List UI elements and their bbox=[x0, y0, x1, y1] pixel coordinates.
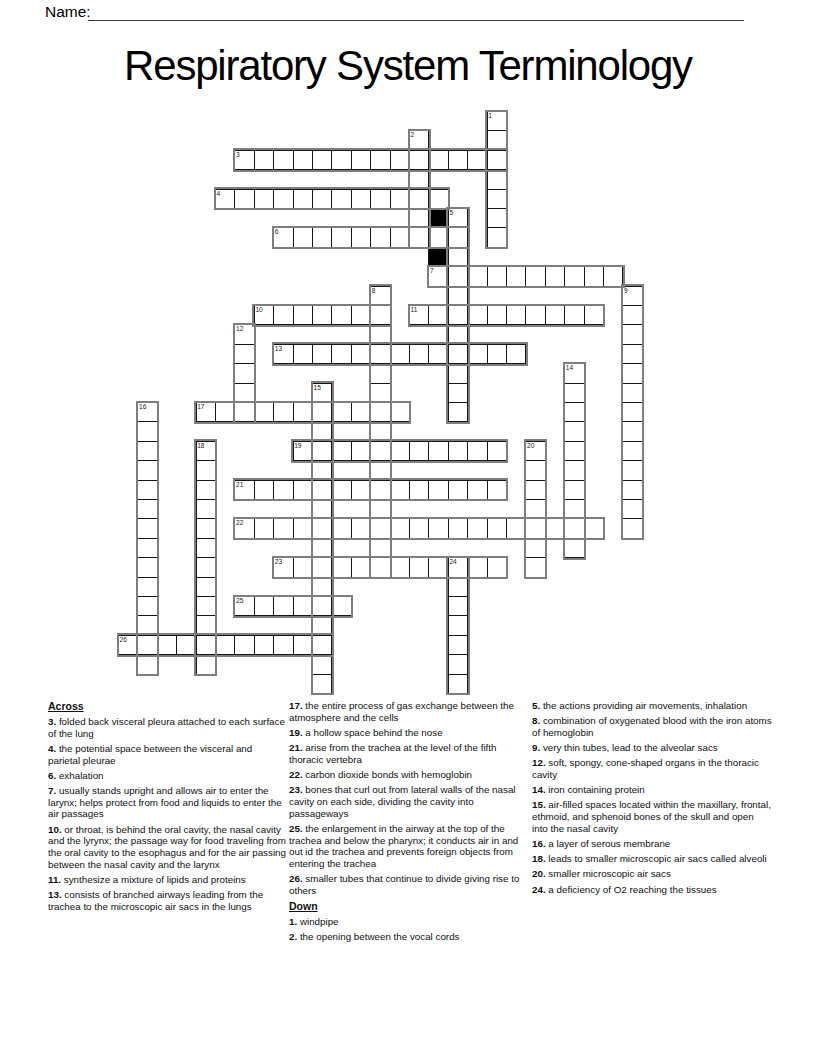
grid-cell[interactable] bbox=[273, 189, 293, 209]
grid-cell[interactable] bbox=[312, 227, 332, 247]
grid-cell[interactable] bbox=[312, 383, 332, 403]
grid-cell[interactable] bbox=[331, 227, 351, 247]
grid-cell[interactable] bbox=[312, 538, 332, 558]
grid-cell[interactable] bbox=[293, 344, 313, 364]
grid-cell[interactable] bbox=[196, 596, 216, 616]
grid-cell[interactable] bbox=[622, 383, 642, 403]
grid-cell[interactable] bbox=[506, 518, 526, 538]
grid-cell[interactable] bbox=[137, 577, 157, 597]
grid-cell[interactable] bbox=[254, 635, 274, 655]
grid-cell[interactable] bbox=[564, 363, 584, 383]
grid-cell[interactable] bbox=[506, 266, 526, 286]
grid-cell[interactable] bbox=[390, 402, 410, 422]
grid-cell[interactable] bbox=[428, 305, 448, 325]
grid-cell[interactable] bbox=[254, 402, 274, 422]
grid-cell[interactable] bbox=[370, 538, 390, 558]
grid-cell[interactable] bbox=[312, 480, 332, 500]
grid-cell[interactable] bbox=[622, 460, 642, 480]
grid-cell[interactable] bbox=[448, 480, 468, 500]
grid-cell[interactable] bbox=[331, 150, 351, 170]
clue-item-22: 22. carbon dioxide bonds with hemoglobin bbox=[289, 769, 532, 781]
grid-cell[interactable] bbox=[137, 654, 157, 674]
grid-cell[interactable] bbox=[564, 538, 584, 558]
clue-column-2: 17. the entire process of gas exchange b… bbox=[289, 700, 532, 946]
grid-cell[interactable] bbox=[487, 441, 507, 461]
grid-cell[interactable] bbox=[564, 499, 584, 519]
grid-cell[interactable] bbox=[234, 189, 254, 209]
grid-cell[interactable] bbox=[312, 421, 332, 441]
clue-item-number: 5. bbox=[532, 700, 540, 711]
grid-cell[interactable] bbox=[448, 363, 468, 383]
grid-cell[interactable] bbox=[273, 402, 293, 422]
grid-cell[interactable] bbox=[196, 460, 216, 480]
grid-cell[interactable] bbox=[273, 635, 293, 655]
grid-cell[interactable] bbox=[564, 518, 584, 538]
grid-cell[interactable] bbox=[409, 344, 429, 364]
grid-cell[interactable] bbox=[409, 169, 429, 189]
grid-cell[interactable] bbox=[293, 441, 313, 461]
grid-cell[interactable] bbox=[525, 305, 545, 325]
grid-cell[interactable] bbox=[234, 344, 254, 364]
grid-cell[interactable] bbox=[312, 635, 332, 655]
grid-cell[interactable] bbox=[293, 480, 313, 500]
grid-cell[interactable] bbox=[196, 480, 216, 500]
grid-cell[interactable] bbox=[137, 499, 157, 519]
grid-cell[interactable] bbox=[196, 635, 216, 655]
clue-item-number: 7. bbox=[48, 785, 56, 796]
grid-cell[interactable] bbox=[564, 480, 584, 500]
grid-cell[interactable] bbox=[293, 518, 313, 538]
grid-cell[interactable] bbox=[390, 150, 410, 170]
grid-cell[interactable] bbox=[331, 344, 351, 364]
grid-cell[interactable] bbox=[234, 150, 254, 170]
grid-cell[interactable] bbox=[448, 247, 468, 267]
grid-cell[interactable] bbox=[137, 635, 157, 655]
grid-cell[interactable] bbox=[545, 305, 565, 325]
grid-cell[interactable] bbox=[448, 596, 468, 616]
grid-cell[interactable] bbox=[603, 266, 623, 286]
grid-cell[interactable] bbox=[428, 557, 448, 577]
grid-cell[interactable] bbox=[448, 441, 468, 461]
grid-cell[interactable] bbox=[312, 441, 332, 461]
grid-cell[interactable] bbox=[448, 635, 468, 655]
grid-cell[interactable] bbox=[196, 615, 216, 635]
clue-column-1: Across3. folded back visceral pleura att… bbox=[48, 700, 286, 916]
grid-cell[interactable] bbox=[370, 383, 390, 403]
grid-cell[interactable] bbox=[293, 402, 313, 422]
grid-cell[interactable] bbox=[370, 150, 390, 170]
grid-cell[interactable] bbox=[409, 189, 429, 209]
grid-cell[interactable] bbox=[487, 130, 507, 150]
grid-cell[interactable] bbox=[390, 189, 410, 209]
grid-cell[interactable] bbox=[312, 305, 332, 325]
grid-cell[interactable] bbox=[448, 227, 468, 247]
grid-cell[interactable] bbox=[370, 499, 390, 519]
grid-cell[interactable] bbox=[428, 189, 448, 209]
grid-cell[interactable] bbox=[409, 208, 429, 228]
grid-cell[interactable] bbox=[196, 577, 216, 597]
grid-cell[interactable] bbox=[428, 518, 448, 538]
grid-cell[interactable] bbox=[409, 557, 429, 577]
black-cell bbox=[428, 247, 448, 267]
grid-cell[interactable] bbox=[622, 286, 642, 306]
clue-item-number: 22. bbox=[289, 769, 303, 780]
grid-cell[interactable] bbox=[118, 635, 138, 655]
grid-cell[interactable] bbox=[351, 227, 371, 247]
grid-cell[interactable] bbox=[428, 227, 448, 247]
grid-cell[interactable] bbox=[448, 654, 468, 674]
grid-cell[interactable] bbox=[409, 150, 429, 170]
clue-item-11: 11. synthesize a mixture of lipids and p… bbox=[48, 874, 286, 886]
grid-cell[interactable] bbox=[525, 518, 545, 538]
grid-cell[interactable] bbox=[545, 266, 565, 286]
grid-cell[interactable] bbox=[157, 635, 177, 655]
grid-cell[interactable] bbox=[525, 460, 545, 480]
grid-cell[interactable] bbox=[351, 518, 371, 538]
grid-cell[interactable] bbox=[351, 344, 371, 364]
grid-cell[interactable] bbox=[312, 615, 332, 635]
clue-item-2: 2. the opening between the vocal cords bbox=[289, 931, 532, 943]
grid-cell[interactable] bbox=[409, 130, 429, 150]
clue-item-13: 13. consists of branched airways leading… bbox=[48, 889, 286, 912]
grid-cell[interactable] bbox=[622, 499, 642, 519]
grid-cell[interactable] bbox=[370, 557, 390, 577]
grid-cell[interactable] bbox=[331, 402, 351, 422]
grid-cell[interactable] bbox=[312, 674, 332, 694]
grid-cell[interactable] bbox=[331, 441, 351, 461]
grid-cell[interactable] bbox=[448, 266, 468, 286]
grid-cell[interactable] bbox=[196, 518, 216, 538]
grid-cell[interactable] bbox=[254, 480, 274, 500]
clue-item-1: 1. windpipe bbox=[289, 916, 532, 928]
grid-cell[interactable] bbox=[312, 577, 332, 597]
grid-cell[interactable] bbox=[564, 402, 584, 422]
grid-cell[interactable] bbox=[525, 441, 545, 461]
grid-cell[interactable] bbox=[409, 227, 429, 247]
grid-cell[interactable] bbox=[370, 441, 390, 461]
grid-cell[interactable] bbox=[137, 421, 157, 441]
name-blank-line bbox=[88, 2, 744, 21]
grid-cell[interactable] bbox=[234, 480, 254, 500]
grid-cell[interactable] bbox=[331, 189, 351, 209]
grid-cell[interactable] bbox=[293, 305, 313, 325]
grid-cell[interactable] bbox=[312, 518, 332, 538]
grid-cell[interactable] bbox=[312, 596, 332, 616]
grid-cell[interactable] bbox=[293, 557, 313, 577]
grid-cell[interactable] bbox=[215, 635, 235, 655]
grid-cell[interactable] bbox=[448, 324, 468, 344]
grid-cell[interactable] bbox=[390, 227, 410, 247]
clue-item-number: 24. bbox=[532, 884, 546, 895]
grid-cell[interactable] bbox=[196, 441, 216, 461]
grid-cell[interactable] bbox=[370, 480, 390, 500]
grid-cell[interactable] bbox=[390, 557, 410, 577]
grid-cell[interactable] bbox=[273, 227, 293, 247]
grid-cell[interactable] bbox=[409, 518, 429, 538]
grid-cell[interactable] bbox=[137, 518, 157, 538]
clue-item-24: 24. a deficiency of O2 reaching the tiss… bbox=[532, 884, 772, 896]
clue-item-5: 5. the actions providing air movements, … bbox=[532, 700, 772, 712]
grid-cell[interactable] bbox=[448, 383, 468, 403]
clue-item-17: 17. the entire process of gas exchange b… bbox=[289, 700, 532, 723]
grid-cell[interactable] bbox=[234, 402, 254, 422]
grid-cell[interactable] bbox=[370, 344, 390, 364]
grid-cell[interactable] bbox=[370, 421, 390, 441]
grid-cell[interactable] bbox=[622, 480, 642, 500]
grid-cell[interactable] bbox=[137, 480, 157, 500]
clue-item-number: 4. bbox=[48, 743, 56, 754]
grid-cell[interactable] bbox=[448, 286, 468, 306]
grid-cell[interactable] bbox=[409, 305, 429, 325]
grid-cell[interactable] bbox=[467, 150, 487, 170]
clue-item-20: 20. smaller microscopic air sacs bbox=[532, 868, 772, 880]
grid-cell[interactable] bbox=[234, 324, 254, 344]
grid-cell[interactable] bbox=[370, 286, 390, 306]
grid-cell[interactable] bbox=[370, 402, 390, 422]
grid-cell[interactable] bbox=[312, 499, 332, 519]
grid-cell[interactable] bbox=[254, 150, 274, 170]
grid-cell[interactable] bbox=[312, 460, 332, 480]
grid-cell[interactable] bbox=[487, 227, 507, 247]
clue-item-18: 18. leads to smaller microscopic air sac… bbox=[532, 853, 772, 865]
grid-cell[interactable] bbox=[273, 344, 293, 364]
clue-item-8: 8. combination of oxygenated blood with … bbox=[532, 715, 772, 738]
grid-cell[interactable] bbox=[448, 208, 468, 228]
grid-cell[interactable] bbox=[273, 480, 293, 500]
grid-cell[interactable] bbox=[487, 480, 507, 500]
grid-cell[interactable] bbox=[448, 150, 468, 170]
grid-cell[interactable] bbox=[370, 363, 390, 383]
clue-item-number: 2. bbox=[289, 931, 297, 942]
grid-cell[interactable] bbox=[448, 402, 468, 422]
grid-cell[interactable] bbox=[196, 557, 216, 577]
grid-cell[interactable] bbox=[467, 344, 487, 364]
grid-cell[interactable] bbox=[487, 557, 507, 577]
grid-cell[interactable] bbox=[428, 480, 448, 500]
grid-cell[interactable] bbox=[487, 305, 507, 325]
grid-cell[interactable] bbox=[525, 538, 545, 558]
grid-cell[interactable] bbox=[370, 227, 390, 247]
grid-cell[interactable] bbox=[525, 557, 545, 577]
grid-cell[interactable] bbox=[622, 402, 642, 422]
grid-cell[interactable] bbox=[448, 557, 468, 577]
grid-cell[interactable] bbox=[137, 538, 157, 558]
grid-cell[interactable] bbox=[467, 305, 487, 325]
clue-item-number: 19. bbox=[289, 727, 303, 738]
grid-cell[interactable] bbox=[273, 596, 293, 616]
grid-cell[interactable] bbox=[370, 324, 390, 344]
clue-item-7: 7. usually stands upright and allows air… bbox=[48, 785, 286, 820]
grid-cell[interactable] bbox=[467, 518, 487, 538]
grid-cell[interactable] bbox=[584, 518, 604, 538]
grid-cell[interactable] bbox=[487, 518, 507, 538]
clue-item-number: 8. bbox=[532, 715, 540, 726]
grid-cell[interactable] bbox=[487, 169, 507, 189]
grid-cell[interactable] bbox=[622, 324, 642, 344]
grid-cell[interactable] bbox=[312, 150, 332, 170]
grid-cell[interactable] bbox=[273, 305, 293, 325]
grid-cell[interactable] bbox=[312, 189, 332, 209]
grid-cell[interactable] bbox=[351, 305, 371, 325]
grid-cell[interactable] bbox=[137, 557, 157, 577]
grid-cell[interactable] bbox=[351, 557, 371, 577]
grid-cell[interactable] bbox=[622, 518, 642, 538]
grid-cell[interactable] bbox=[254, 596, 274, 616]
grid-cell[interactable] bbox=[390, 344, 410, 364]
grid-cell[interactable] bbox=[622, 305, 642, 325]
grid-cell[interactable] bbox=[293, 189, 313, 209]
clue-item-number: 3. bbox=[48, 716, 56, 727]
grid-cell[interactable] bbox=[622, 344, 642, 364]
grid-cell[interactable] bbox=[564, 383, 584, 403]
grid-cell[interactable] bbox=[467, 480, 487, 500]
clue-item-15: 15. air-filled spaces located within the… bbox=[532, 799, 772, 834]
grid-cell[interactable] bbox=[273, 150, 293, 170]
grid-cell[interactable] bbox=[196, 538, 216, 558]
grid-cell[interactable] bbox=[293, 635, 313, 655]
grid-cell[interactable] bbox=[487, 344, 507, 364]
grid-cell[interactable] bbox=[234, 383, 254, 403]
clue-item-number: 21. bbox=[289, 742, 303, 753]
grid-cell[interactable] bbox=[448, 518, 468, 538]
grid-cell[interactable] bbox=[176, 635, 196, 655]
grid-cell[interactable] bbox=[448, 577, 468, 597]
grid-cell[interactable] bbox=[487, 150, 507, 170]
clue-item-number: 9. bbox=[532, 742, 540, 753]
grid-cell[interactable] bbox=[506, 344, 526, 364]
grid-cell[interactable] bbox=[293, 150, 313, 170]
grid-cell[interactable] bbox=[196, 654, 216, 674]
grid-cell[interactable] bbox=[351, 480, 371, 500]
clue-item-number: 25. bbox=[289, 823, 303, 834]
grid-cell[interactable] bbox=[409, 480, 429, 500]
grid-cell[interactable] bbox=[370, 189, 390, 209]
grid-cell[interactable] bbox=[370, 518, 390, 538]
grid-cell[interactable] bbox=[467, 557, 487, 577]
grid-cell[interactable] bbox=[564, 305, 584, 325]
grid-cell[interactable] bbox=[525, 499, 545, 519]
grid-cell[interactable] bbox=[370, 305, 390, 325]
grid-cell[interactable] bbox=[312, 402, 332, 422]
clue-item-number: 16. bbox=[532, 838, 546, 849]
grid-cell[interactable] bbox=[525, 266, 545, 286]
grid-cell[interactable] bbox=[351, 189, 371, 209]
grid-cell[interactable] bbox=[448, 674, 468, 694]
grid-cell[interactable] bbox=[487, 266, 507, 286]
clue-item-21: 21. arise from the trachea at the level … bbox=[289, 742, 532, 765]
grid-cell[interactable] bbox=[564, 460, 584, 480]
grid-cell[interactable] bbox=[254, 518, 274, 538]
clue-item-number: 10. bbox=[48, 824, 62, 835]
grid-cell[interactable] bbox=[234, 363, 254, 383]
crossword-grid: 1234567891011121314151617181920212223242… bbox=[118, 111, 645, 697]
grid-cell[interactable] bbox=[467, 441, 487, 461]
grid-cell[interactable] bbox=[428, 441, 448, 461]
grid-cell[interactable] bbox=[312, 654, 332, 674]
grid-cell[interactable] bbox=[487, 189, 507, 209]
grid-cell[interactable] bbox=[331, 305, 351, 325]
clue-item-6: 6. exhalation bbox=[48, 770, 286, 782]
grid-cell[interactable] bbox=[254, 189, 274, 209]
grid-cell[interactable] bbox=[293, 227, 313, 247]
grid-cell[interactable] bbox=[448, 305, 468, 325]
grid-cell[interactable] bbox=[564, 421, 584, 441]
grid-cell[interactable] bbox=[351, 150, 371, 170]
grid-cell[interactable] bbox=[293, 596, 313, 616]
grid-cell[interactable] bbox=[215, 402, 235, 422]
grid-cell[interactable] bbox=[273, 557, 293, 577]
grid-cell[interactable] bbox=[137, 615, 157, 635]
grid-cell[interactable] bbox=[196, 499, 216, 519]
grid-cell[interactable] bbox=[215, 189, 235, 209]
grid-cell[interactable] bbox=[254, 305, 274, 325]
grid-cell[interactable] bbox=[390, 518, 410, 538]
grid-cell[interactable] bbox=[622, 441, 642, 461]
black-cell bbox=[428, 208, 448, 228]
grid-cell[interactable] bbox=[137, 402, 157, 422]
clue-item-19: 19. a hollow space behind the nose bbox=[289, 727, 532, 739]
grid-cell[interactable] bbox=[428, 266, 448, 286]
grid-cell[interactable] bbox=[312, 557, 332, 577]
grid-cell[interactable] bbox=[409, 441, 429, 461]
grid-cell[interactable] bbox=[390, 441, 410, 461]
puzzle-title: Respiratory System Terminology bbox=[0, 42, 816, 90]
grid-cell[interactable] bbox=[428, 344, 448, 364]
clue-item-number: 12. bbox=[532, 757, 546, 768]
clue-item-number: 23. bbox=[289, 784, 303, 795]
grid-cell[interactable] bbox=[137, 441, 157, 461]
clue-item-3: 3. folded back visceral pleura attached … bbox=[48, 716, 286, 739]
grid-cell[interactable] bbox=[370, 460, 390, 480]
grid-cell[interactable] bbox=[506, 305, 526, 325]
grid-cell[interactable] bbox=[312, 344, 332, 364]
grid-cell[interactable] bbox=[331, 596, 351, 616]
grid-cell[interactable] bbox=[331, 480, 351, 500]
grid-cell[interactable] bbox=[273, 518, 293, 538]
clue-item-23: 23. bones that curl out from lateral wal… bbox=[289, 784, 532, 819]
grid-cell[interactable] bbox=[137, 460, 157, 480]
grid-cell[interactable] bbox=[448, 344, 468, 364]
grid-cell[interactable] bbox=[331, 557, 351, 577]
grid-cell[interactable] bbox=[448, 615, 468, 635]
grid-cell[interactable] bbox=[234, 518, 254, 538]
clue-item-26: 26. smaller tubes that continue to divid… bbox=[289, 873, 532, 896]
grid-cell[interactable] bbox=[137, 596, 157, 616]
clue-item-4: 4. the potential space between the visce… bbox=[48, 743, 286, 766]
grid-cell[interactable] bbox=[564, 266, 584, 286]
grid-cell[interactable] bbox=[564, 441, 584, 461]
clue-item-number: 20. bbox=[532, 868, 546, 879]
grid-cell[interactable] bbox=[234, 596, 254, 616]
grid-cell[interactable] bbox=[622, 421, 642, 441]
grid-cell[interactable] bbox=[467, 266, 487, 286]
grid-cell[interactable] bbox=[390, 480, 410, 500]
grid-cell[interactable] bbox=[234, 635, 254, 655]
grid-cell[interactable] bbox=[487, 208, 507, 228]
grid-cell[interactable] bbox=[545, 518, 565, 538]
grid-cell[interactable] bbox=[351, 402, 371, 422]
grid-cell[interactable] bbox=[428, 150, 448, 170]
clue-item-12: 12. soft, spongy, cone-shaped organs in … bbox=[532, 757, 772, 780]
grid-cell[interactable] bbox=[487, 111, 507, 131]
grid-cell[interactable] bbox=[331, 518, 351, 538]
grid-cell[interactable] bbox=[525, 480, 545, 500]
grid-cell[interactable] bbox=[351, 441, 371, 461]
grid-cell[interactable] bbox=[196, 402, 216, 422]
grid-cell[interactable] bbox=[584, 305, 604, 325]
grid-cell[interactable] bbox=[584, 266, 604, 286]
grid-cell[interactable] bbox=[622, 363, 642, 383]
